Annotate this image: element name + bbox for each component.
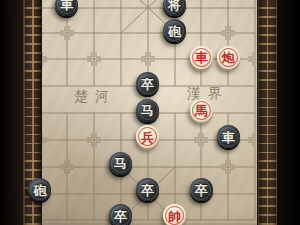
piece-black-cannon[interactable]: 砲 xyxy=(28,178,51,201)
piece-glyph: 卒 xyxy=(141,77,154,91)
piece-glyph: 帥 xyxy=(168,209,181,223)
piece-glyph: 卒 xyxy=(141,183,154,197)
piece-glyph: 卒 xyxy=(195,183,208,197)
piece-red-soldier[interactable]: 兵 xyxy=(136,125,159,148)
piece-black-general[interactable]: 将 xyxy=(163,0,186,16)
piece-glyph: 車 xyxy=(222,130,235,144)
piece-black-soldier[interactable]: 卒 xyxy=(109,204,132,225)
piece-black-chariot[interactable]: 車 xyxy=(217,125,240,148)
piece-red-cannon[interactable]: 炮 xyxy=(217,46,240,69)
piece-black-horse[interactable]: 马 xyxy=(109,152,132,175)
piece-black-chariot[interactable]: 車 xyxy=(55,0,78,16)
piece-red-chariot[interactable]: 車 xyxy=(190,46,213,69)
piece-black-soldier[interactable]: 卒 xyxy=(190,178,213,201)
piece-glyph: 炮 xyxy=(222,50,235,64)
piece-glyph: 馬 xyxy=(195,103,208,117)
xiangqi-board[interactable]: 車将砲車炮卒马馬兵車马砲卒卒卒帥 xyxy=(27,0,269,225)
table-edge-left xyxy=(0,0,22,225)
piece-red-horse[interactable]: 馬 xyxy=(190,99,213,122)
piece-black-soldier[interactable]: 卒 xyxy=(136,72,159,95)
piece-glyph: 砲 xyxy=(33,183,46,197)
piece-black-cannon[interactable]: 砲 xyxy=(163,19,186,42)
piece-black-horse[interactable]: 马 xyxy=(136,99,159,122)
piece-glyph: 卒 xyxy=(114,209,127,223)
piece-glyph: 車 xyxy=(195,50,208,64)
piece-glyph: 将 xyxy=(168,0,181,11)
piece-black-soldier[interactable]: 卒 xyxy=(136,178,159,201)
piece-glyph: 車 xyxy=(60,0,73,11)
xiangqi-game-screen: 楚河 漢界 車将砲車炮卒马馬兵車马砲卒卒卒帥 xyxy=(0,0,300,225)
piece-glyph: 马 xyxy=(141,103,154,117)
piece-glyph: 兵 xyxy=(141,130,154,144)
table-edge-right xyxy=(277,0,300,225)
piece-red-general[interactable]: 帥 xyxy=(163,204,186,225)
piece-glyph: 砲 xyxy=(168,24,181,38)
piece-glyph: 马 xyxy=(114,156,127,170)
